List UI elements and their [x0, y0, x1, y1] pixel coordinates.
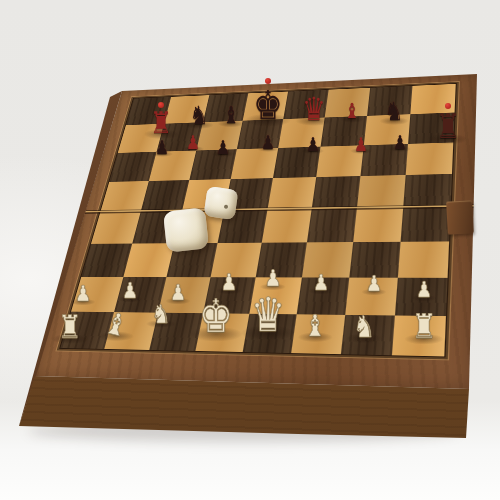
- piece-white-king-d1[interactable]: ♚: [199, 293, 233, 339]
- piece-white-queen-e1[interactable]: ♛: [251, 291, 286, 338]
- bone-die-small[interactable]: [204, 186, 239, 220]
- die-pip: [224, 205, 229, 210]
- square-e4[interactable]: [262, 209, 312, 243]
- photo-scene: ♜♞♝♚♛♝♞♜♟♟♟♟♟♟♟♜♝♞♚♛♝♞♜♟♟♟♟♟♟♟♟: [0, 0, 500, 500]
- piece-red-pawn-b7[interactable]: ♟: [186, 133, 200, 152]
- piece-red-knight-g8[interactable]: ♞: [385, 99, 403, 124]
- piece-red-queen-e8[interactable]: ♛: [302, 93, 326, 125]
- square-f4[interactable]: [307, 208, 357, 242]
- hinge-tab: [446, 200, 474, 234]
- piece-white-pawn-b2[interactable]: ♟: [122, 280, 138, 302]
- piece-red-rook-a8[interactable]: ♜: [150, 108, 172, 138]
- red-ball-finial: [445, 103, 451, 109]
- square-g4[interactable]: [353, 208, 403, 243]
- piece-red-pawn-a7[interactable]: ♟: [155, 138, 169, 157]
- piece-red-king-d8[interactable]: ♚: [253, 85, 282, 125]
- square-b3[interactable]: [123, 243, 174, 277]
- piece-white-knight-c1[interactable]: ♞: [151, 301, 170, 327]
- square-g5[interactable]: [357, 175, 406, 208]
- piece-red-rook-h8[interactable]: ♜: [436, 109, 461, 143]
- piece-white-rook-a1[interactable]: ♜: [58, 311, 82, 343]
- square-h6[interactable]: [406, 142, 454, 174]
- square-h3[interactable]: [398, 241, 449, 277]
- piece-white-pawn-h2[interactable]: ♟: [416, 279, 432, 301]
- piece-red-bishop-c8[interactable]: ♝: [223, 104, 240, 127]
- piece-red-pawn-f7[interactable]: ♟: [354, 135, 368, 154]
- piece-white-pawn-f2[interactable]: ♟: [313, 272, 329, 294]
- square-e5[interactable]: [267, 177, 316, 210]
- piece-white-pawn-c2[interactable]: ♟: [170, 282, 186, 304]
- square-h4[interactable]: [401, 207, 451, 242]
- piece-red-bishop-f8[interactable]: ♝: [344, 101, 359, 122]
- piece-red-knight-b8[interactable]: ♞: [190, 103, 208, 128]
- red-ball-finial: [158, 102, 164, 108]
- piece-red-pawn-d7[interactable]: ♟: [261, 133, 275, 152]
- piece-white-knight-g1[interactable]: ♞: [353, 312, 375, 342]
- piece-white-rook-h1[interactable]: ♜: [412, 309, 437, 343]
- piece-red-pawn-c7[interactable]: ♟: [216, 138, 230, 157]
- bone-die-large[interactable]: [163, 207, 209, 252]
- piece-red-pawn-e7[interactable]: ♟: [306, 135, 320, 154]
- square-f5[interactable]: [312, 176, 361, 209]
- piece-white-pawn-g2[interactable]: ♟: [366, 273, 382, 295]
- piece-white-bishop-f1[interactable]: ♝: [304, 311, 326, 341]
- square-h5[interactable]: [403, 174, 452, 208]
- piece-red-pawn-g7[interactable]: ♟: [393, 133, 407, 152]
- piece-white-pawn-a2[interactable]: ♟: [75, 283, 91, 305]
